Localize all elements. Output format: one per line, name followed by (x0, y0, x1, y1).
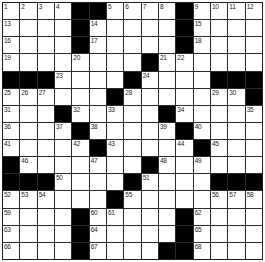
white-cell[interactable] (246, 37, 262, 53)
clue-number: 37 (56, 123, 63, 130)
clue-number: 16 (4, 37, 11, 44)
clue-number: 11 (229, 3, 235, 10)
black-cell (90, 140, 106, 156)
white-cell[interactable] (124, 106, 140, 122)
white-cell[interactable]: 49 (194, 157, 210, 173)
white-cell[interactable]: 68 (194, 243, 210, 259)
white-cell[interactable]: 11 (228, 3, 244, 19)
black-cell (72, 226, 88, 242)
white-cell[interactable] (55, 243, 71, 259)
black-cell (176, 37, 192, 53)
white-cell[interactable]: 3 (38, 3, 54, 19)
white-cell[interactable] (124, 140, 140, 156)
black-cell (38, 174, 54, 190)
clue-number: 12 (247, 3, 254, 10)
white-cell[interactable] (246, 123, 262, 139)
clue-number: 66 (4, 243, 11, 250)
clue-number: 32 (73, 106, 80, 113)
white-cell[interactable] (211, 209, 227, 225)
white-cell[interactable]: 34 (176, 106, 192, 122)
white-cell[interactable] (55, 54, 71, 70)
white-cell[interactable]: 46 (20, 157, 36, 173)
clue-number: 5 (108, 3, 111, 10)
white-cell[interactable] (38, 209, 54, 225)
white-cell[interactable]: 33 (107, 106, 123, 122)
white-cell[interactable]: 48 (159, 157, 175, 173)
clue-number: 42 (73, 140, 80, 147)
white-cell[interactable] (38, 157, 54, 173)
white-cell[interactable] (55, 89, 71, 105)
white-cell[interactable]: 45 (211, 140, 227, 156)
white-cell[interactable]: 60 (90, 209, 106, 225)
white-cell[interactable] (176, 72, 192, 88)
clue-number: 7 (143, 3, 146, 10)
clue-number: 24 (143, 72, 150, 79)
white-cell[interactable] (246, 54, 262, 70)
white-cell[interactable] (55, 140, 71, 156)
white-cell[interactable] (176, 89, 192, 105)
white-cell[interactable] (142, 106, 158, 122)
clue-number: 34 (177, 106, 184, 113)
black-cell (246, 89, 262, 105)
clue-number: 52 (4, 191, 11, 198)
clue-number: 17 (91, 37, 98, 44)
white-cell[interactable] (228, 123, 244, 139)
white-cell[interactable]: 54 (38, 191, 54, 207)
white-cell[interactable] (107, 123, 123, 139)
white-cell[interactable] (194, 72, 210, 88)
white-cell[interactable] (107, 174, 123, 190)
black-cell (107, 89, 123, 105)
white-cell[interactable]: 39 (159, 123, 175, 139)
clue-number: 20 (73, 54, 80, 61)
clue-number: 53 (21, 191, 28, 198)
black-cell (3, 174, 19, 190)
clue-number: 57 (229, 191, 236, 198)
white-cell[interactable] (159, 37, 175, 53)
white-cell[interactable]: 28 (124, 89, 140, 105)
black-cell (246, 174, 262, 190)
white-cell[interactable] (211, 20, 227, 36)
white-cell[interactable] (55, 20, 71, 36)
white-cell[interactable] (38, 106, 54, 122)
white-cell[interactable]: 31 (3, 106, 19, 122)
white-cell[interactable] (228, 54, 244, 70)
white-cell[interactable]: 61 (107, 209, 123, 225)
black-cell (176, 123, 192, 139)
clue-number: 38 (91, 123, 98, 130)
white-cell[interactable]: 23 (55, 72, 71, 88)
white-cell[interactable] (142, 243, 158, 259)
white-cell[interactable] (159, 72, 175, 88)
clue-number: 48 (160, 157, 167, 164)
white-cell[interactable] (211, 54, 227, 70)
white-cell[interactable] (20, 37, 36, 53)
white-cell[interactable] (211, 157, 227, 173)
clue-number: 29 (212, 89, 219, 96)
white-cell[interactable] (142, 37, 158, 53)
white-cell[interactable] (38, 123, 54, 139)
white-cell[interactable] (107, 54, 123, 70)
clue-number: 4 (56, 3, 59, 10)
white-cell[interactable]: 41 (3, 140, 19, 156)
white-cell[interactable] (228, 243, 244, 259)
black-cell (176, 20, 192, 36)
white-cell[interactable]: 5 (107, 3, 123, 19)
white-cell[interactable]: 67 (90, 243, 106, 259)
white-cell[interactable] (20, 243, 36, 259)
black-cell (72, 243, 88, 259)
clue-number: 49 (195, 157, 202, 164)
white-cell[interactable]: 62 (194, 209, 210, 225)
white-cell[interactable]: 30 (228, 89, 244, 105)
clue-number: 28 (125, 89, 132, 96)
black-cell (176, 3, 192, 19)
white-cell[interactable] (20, 54, 36, 70)
clue-number: 58 (247, 191, 254, 198)
white-cell[interactable] (142, 20, 158, 36)
white-cell[interactable] (159, 20, 175, 36)
white-cell[interactable] (142, 209, 158, 225)
white-cell[interactable] (142, 140, 158, 156)
black-cell (72, 123, 88, 139)
white-cell[interactable] (90, 89, 106, 105)
white-cell[interactable]: 7 (142, 3, 158, 19)
white-cell[interactable] (159, 191, 175, 207)
white-cell[interactable]: 20 (72, 54, 88, 70)
white-cell[interactable]: 19 (3, 54, 19, 70)
clue-number: 22 (177, 54, 184, 61)
white-cell[interactable] (72, 174, 88, 190)
white-cell[interactable] (228, 140, 244, 156)
white-cell[interactable]: 36 (3, 123, 19, 139)
clue-number: 27 (39, 89, 46, 96)
clue-number: 35 (247, 106, 254, 113)
white-cell[interactable] (90, 106, 106, 122)
white-cell[interactable] (124, 37, 140, 53)
white-cell[interactable] (38, 37, 54, 53)
black-cell (124, 72, 140, 88)
clue-number: 55 (125, 191, 132, 198)
white-cell[interactable]: 17 (90, 37, 106, 53)
black-cell (38, 72, 54, 88)
clue-number: 39 (160, 123, 167, 130)
black-cell (107, 191, 123, 207)
white-cell[interactable]: 6 (124, 3, 140, 19)
white-cell[interactable] (107, 20, 123, 36)
clue-number: 8 (160, 3, 163, 10)
white-cell[interactable]: 21 (159, 54, 175, 70)
white-cell[interactable] (228, 106, 244, 122)
white-cell[interactable] (246, 140, 262, 156)
white-cell[interactable]: 1 (3, 3, 19, 19)
white-cell[interactable] (211, 243, 227, 259)
clue-number: 3 (39, 3, 42, 10)
white-cell[interactable] (55, 157, 71, 173)
clue-number: 21 (160, 54, 167, 61)
white-cell[interactable] (159, 209, 175, 225)
white-cell[interactable] (72, 157, 88, 173)
clue-number: 14 (91, 20, 98, 27)
white-cell[interactable] (246, 226, 262, 242)
white-cell[interactable] (176, 174, 192, 190)
clue-number: 23 (56, 72, 63, 79)
white-cell[interactable] (107, 226, 123, 242)
white-cell[interactable]: 12 (246, 3, 262, 19)
white-cell[interactable] (38, 243, 54, 259)
black-cell (142, 54, 158, 70)
white-cell[interactable]: 32 (72, 106, 88, 122)
white-cell[interactable] (20, 209, 36, 225)
white-cell[interactable] (124, 209, 140, 225)
white-cell[interactable] (90, 54, 106, 70)
clue-number: 9 (195, 3, 198, 10)
black-cell (72, 37, 88, 53)
clue-number: 2 (21, 3, 24, 10)
white-cell[interactable] (20, 226, 36, 242)
white-cell[interactable] (194, 191, 210, 207)
white-cell[interactable] (176, 157, 192, 173)
black-cell (228, 72, 244, 88)
white-cell[interactable]: 44 (176, 140, 192, 156)
white-cell[interactable] (124, 226, 140, 242)
clue-number: 25 (4, 89, 11, 96)
white-cell[interactable]: 18 (194, 37, 210, 53)
white-cell[interactable]: 57 (228, 191, 244, 207)
white-cell[interactable]: 25 (3, 89, 19, 105)
white-cell[interactable] (142, 123, 158, 139)
black-cell (90, 3, 106, 19)
clue-number: 1 (4, 3, 7, 10)
white-cell[interactable] (228, 20, 244, 36)
black-cell (124, 174, 140, 190)
clue-number: 63 (4, 226, 11, 233)
clue-number: 45 (212, 140, 219, 147)
white-cell[interactable] (246, 157, 262, 173)
clue-number: 36 (4, 123, 11, 130)
white-cell[interactable]: 63 (3, 226, 19, 242)
white-cell[interactable] (194, 174, 210, 190)
clue-number: 68 (195, 243, 202, 250)
clue-number: 62 (195, 209, 202, 216)
white-cell[interactable] (211, 123, 227, 139)
white-cell[interactable]: 51 (142, 174, 158, 190)
white-cell[interactable] (124, 54, 140, 70)
clue-number: 50 (56, 174, 63, 181)
clue-number: 41 (4, 140, 11, 147)
white-cell[interactable] (124, 20, 140, 36)
white-cell[interactable] (20, 123, 36, 139)
white-cell[interactable] (107, 157, 123, 173)
white-cell[interactable]: 53 (20, 191, 36, 207)
clue-number: 47 (91, 157, 98, 164)
clue-number: 56 (212, 191, 219, 198)
white-cell[interactable]: 8 (159, 3, 175, 19)
white-cell[interactable] (194, 54, 210, 70)
black-cell (72, 3, 88, 19)
white-cell[interactable] (211, 226, 227, 242)
crossword-page: 1234567891011121314151617181920212223242… (0, 0, 265, 262)
clue-number: 13 (4, 20, 11, 27)
clue-number: 61 (108, 209, 115, 216)
white-cell[interactable]: 2 (20, 3, 36, 19)
clue-number: 43 (108, 140, 115, 147)
white-cell[interactable] (142, 226, 158, 242)
white-cell[interactable] (228, 157, 244, 173)
white-cell[interactable]: 65 (194, 226, 210, 242)
black-cell (20, 72, 36, 88)
white-cell[interactable]: 37 (55, 123, 71, 139)
white-cell[interactable] (194, 106, 210, 122)
black-cell (72, 209, 88, 225)
black-cell (159, 243, 175, 259)
white-cell[interactable] (159, 140, 175, 156)
black-cell (228, 174, 244, 190)
black-cell (20, 174, 36, 190)
white-cell[interactable] (159, 174, 175, 190)
clue-number: 44 (177, 140, 184, 147)
white-cell[interactable] (142, 89, 158, 105)
white-cell[interactable]: 24 (142, 72, 158, 88)
white-cell[interactable]: 10 (211, 3, 227, 19)
black-cell (3, 72, 19, 88)
white-cell[interactable]: 55 (124, 191, 140, 207)
white-cell[interactable]: 13 (3, 20, 19, 36)
white-cell[interactable]: 58 (246, 191, 262, 207)
white-cell[interactable]: 43 (107, 140, 123, 156)
black-cell (176, 226, 192, 242)
crossword-grid: 1234567891011121314151617181920212223242… (2, 2, 263, 260)
clue-number: 6 (125, 3, 128, 10)
white-cell[interactable] (72, 89, 88, 105)
white-cell[interactable] (228, 226, 244, 242)
black-cell (72, 20, 88, 36)
white-cell[interactable]: 29 (211, 89, 227, 105)
clue-number: 60 (91, 209, 98, 216)
white-cell[interactable]: 64 (90, 226, 106, 242)
black-cell (176, 209, 192, 225)
white-cell[interactable]: 22 (176, 54, 192, 70)
white-cell[interactable] (55, 209, 71, 225)
clue-number: 65 (195, 226, 202, 233)
white-cell[interactable] (38, 20, 54, 36)
white-cell[interactable]: 66 (3, 243, 19, 259)
white-cell[interactable]: 14 (90, 20, 106, 36)
clue-number: 46 (21, 157, 28, 164)
black-cell (211, 174, 227, 190)
white-cell[interactable] (107, 37, 123, 53)
white-cell[interactable] (72, 72, 88, 88)
white-cell[interactable] (124, 123, 140, 139)
white-cell[interactable]: 16 (3, 37, 19, 53)
white-cell[interactable] (38, 140, 54, 156)
black-cell (55, 106, 71, 122)
clue-number: 64 (91, 226, 98, 233)
white-cell[interactable] (211, 106, 227, 122)
white-cell[interactable] (107, 72, 123, 88)
white-cell[interactable] (107, 243, 123, 259)
white-cell[interactable] (159, 89, 175, 105)
white-cell[interactable] (246, 20, 262, 36)
white-cell[interactable]: 59 (3, 209, 19, 225)
clue-number: 33 (108, 106, 115, 113)
white-cell[interactable] (38, 226, 54, 242)
clue-number: 51 (143, 174, 150, 181)
clue-number: 31 (4, 106, 11, 113)
white-cell[interactable] (228, 37, 244, 53)
white-cell[interactable]: 56 (211, 191, 227, 207)
white-cell[interactable] (159, 226, 175, 242)
clue-number: 15 (195, 20, 202, 27)
clue-number: 10 (212, 3, 219, 10)
white-cell[interactable]: 9 (194, 3, 210, 19)
white-cell[interactable] (55, 226, 71, 242)
black-cell (176, 243, 192, 259)
white-cell[interactable] (228, 209, 244, 225)
clue-number: 30 (229, 89, 236, 96)
white-cell[interactable]: 4 (55, 3, 71, 19)
black-cell (194, 140, 210, 156)
white-cell[interactable] (38, 54, 54, 70)
white-cell[interactable] (55, 191, 71, 207)
white-cell[interactable]: 52 (3, 191, 19, 207)
white-cell[interactable] (211, 37, 227, 53)
white-cell[interactable]: 38 (90, 123, 106, 139)
clue-number: 18 (195, 37, 202, 44)
clue-number: 19 (4, 54, 11, 61)
clue-number: 67 (91, 243, 98, 250)
black-cell (211, 72, 227, 88)
white-cell[interactable]: 35 (246, 106, 262, 122)
white-cell[interactable] (20, 20, 36, 36)
black-cell (142, 157, 158, 173)
black-cell (3, 157, 19, 173)
white-cell[interactable]: 42 (72, 140, 88, 156)
black-cell (246, 72, 262, 88)
white-cell[interactable]: 15 (194, 20, 210, 36)
white-cell[interactable]: 47 (90, 157, 106, 173)
clue-number: 40 (195, 123, 202, 130)
white-cell[interactable] (72, 191, 88, 207)
white-cell[interactable] (55, 37, 71, 53)
white-cell[interactable] (124, 157, 140, 173)
white-cell[interactable] (90, 174, 106, 190)
white-cell[interactable]: 26 (20, 89, 36, 105)
white-cell[interactable]: 50 (55, 174, 71, 190)
white-cell[interactable] (20, 140, 36, 156)
white-cell[interactable]: 40 (194, 123, 210, 139)
white-cell[interactable] (124, 243, 140, 259)
white-cell[interactable] (194, 89, 210, 105)
clue-number: 54 (39, 191, 46, 198)
white-cell[interactable] (20, 106, 36, 122)
white-cell[interactable] (142, 191, 158, 207)
white-cell[interactable] (176, 191, 192, 207)
white-cell[interactable] (90, 191, 106, 207)
white-cell[interactable] (90, 72, 106, 88)
white-cell[interactable] (246, 209, 262, 225)
black-cell (159, 106, 175, 122)
white-cell[interactable] (246, 243, 262, 259)
white-cell[interactable]: 27 (38, 89, 54, 105)
clue-number: 59 (4, 209, 11, 216)
clue-number: 26 (21, 89, 28, 96)
